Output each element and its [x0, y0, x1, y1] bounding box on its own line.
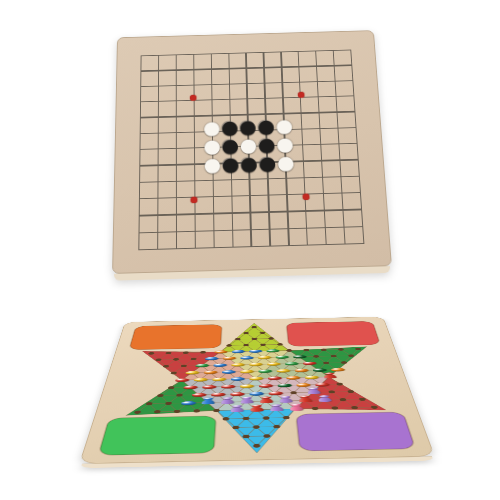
go-point: [345, 86, 364, 101]
go-point: [202, 60, 220, 75]
go-point: [274, 88, 293, 103]
go-point: [148, 121, 166, 140]
go-point: [129, 209, 148, 226]
go-point: [272, 44, 290, 59]
go-point: [128, 242, 147, 259]
go-point: [279, 238, 299, 255]
go-point: [185, 240, 204, 257]
checkers-surface-graphics: [80, 317, 434, 463]
go-point: [291, 72, 310, 87]
go-point: [273, 58, 291, 73]
go-point: [184, 46, 202, 61]
go-point: [352, 187, 372, 204]
go-point: [202, 75, 220, 90]
go-point: [131, 48, 149, 63]
go-point: [204, 223, 223, 240]
go-point: [307, 43, 325, 58]
go-point: [348, 134, 368, 153]
go-point: [166, 224, 185, 241]
go-point: [317, 237, 337, 254]
go-point: [220, 74, 238, 89]
go-point: [315, 204, 335, 221]
go-point: [130, 158, 149, 177]
go-point: [167, 47, 185, 62]
go-point: [166, 208, 185, 225]
go-point: [222, 190, 241, 207]
go-point: [315, 188, 334, 205]
go-point: [129, 193, 148, 210]
go-point: [220, 60, 238, 75]
go-point: [316, 220, 336, 237]
go-point: [166, 121, 184, 140]
go-point: [342, 42, 361, 57]
go-point: [148, 209, 167, 226]
go-point: [295, 173, 314, 189]
go-point: [241, 206, 260, 223]
go-point: [313, 153, 332, 172]
go-point: [240, 174, 259, 190]
go-point: [255, 59, 273, 74]
go-point: [166, 241, 185, 258]
go-point: [293, 117, 312, 136]
star-point-dot: [302, 193, 309, 200]
go-point: [185, 192, 204, 209]
go-point: [328, 101, 347, 117]
go-point: [309, 72, 328, 87]
go-point: [290, 58, 308, 73]
go-point: [223, 223, 242, 240]
checkers-board-wood-surface: [79, 317, 435, 464]
go-board-wood-surface: ●●●●●●●●●●●●●●●: [112, 30, 392, 274]
go-point: [131, 77, 149, 92]
go-point: ●: [258, 155, 277, 174]
go-point: [149, 76, 167, 91]
go-point: [148, 177, 167, 193]
go-point: [260, 206, 279, 223]
go-point: [148, 106, 166, 122]
go-point: [298, 221, 318, 238]
go-point: [185, 176, 204, 192]
go-point: [129, 225, 148, 242]
go-point: [273, 73, 291, 88]
go-point: [184, 105, 202, 121]
go-point: [312, 135, 331, 154]
go-point: [130, 122, 148, 141]
white-go-stone: ●: [277, 153, 295, 172]
go-point: [131, 62, 149, 77]
go-point: [166, 106, 184, 122]
go-point: [147, 241, 166, 258]
go-point: [296, 188, 315, 205]
go-point: [131, 92, 149, 107]
go-point: [314, 172, 333, 188]
go-point: ●: [276, 154, 295, 173]
chinese-checkers-board: [79, 317, 435, 464]
star-point-dot: [191, 197, 198, 204]
go-point: [290, 43, 308, 58]
go-point: [334, 203, 354, 220]
go-point: [278, 205, 297, 222]
go-point: [295, 154, 314, 173]
go-point: [278, 189, 297, 206]
go-point: [203, 191, 222, 208]
star-point-dot: [297, 92, 304, 98]
go-point: [203, 175, 222, 191]
go-point: [130, 140, 148, 159]
go-point: [237, 45, 255, 60]
go-point: [185, 224, 204, 241]
go-point: [343, 56, 362, 71]
white-go-stone: ●: [203, 156, 221, 175]
go-point: [185, 208, 204, 225]
go-point: [184, 61, 202, 76]
go-point: [259, 189, 278, 206]
go-point: [149, 47, 167, 62]
go-point: [333, 187, 353, 204]
go-grid: ●●●●●●●●●●●●●●●: [128, 42, 375, 259]
go-point: [167, 91, 185, 106]
go-point: [185, 157, 204, 176]
go-intersections: ●●●●●●●●●●●●●●●: [128, 42, 375, 259]
star-point-dot: [190, 95, 197, 101]
go-point: [129, 177, 148, 193]
go-point: [238, 74, 256, 89]
go-point: [241, 222, 260, 239]
tray-bottom-left: [98, 416, 216, 455]
go-point: [344, 71, 363, 86]
go-point: [259, 174, 278, 190]
go-point: [220, 89, 238, 104]
go-point: [325, 42, 344, 57]
product-photo-canvas: { "game": "2-in-1 wooden board game set:…: [0, 0, 500, 500]
go-point: [167, 61, 185, 76]
go-point: [148, 158, 166, 177]
go-point: [355, 236, 375, 253]
black-go-stone: ●: [240, 154, 258, 173]
go-point: [261, 238, 280, 255]
go-point: [238, 89, 256, 104]
go-point: [298, 237, 318, 254]
go-point: [330, 134, 349, 153]
go-point: [237, 59, 255, 74]
go-point: [336, 236, 356, 253]
go-point: [292, 102, 311, 118]
go-point: [310, 102, 329, 118]
go-point: [277, 173, 296, 189]
go-point: [149, 62, 167, 77]
go-point: [279, 221, 298, 238]
go-point: [130, 107, 148, 123]
go-point: [347, 116, 366, 135]
go-point: [204, 240, 223, 257]
go-point: [327, 86, 346, 101]
go-point: ●: [240, 155, 259, 174]
go-point: [222, 207, 241, 224]
go-point: [202, 90, 220, 105]
go-point: [166, 157, 184, 176]
go-point: ●: [221, 156, 240, 175]
go-point: [202, 46, 220, 61]
go-point: [294, 135, 313, 154]
go-point: [326, 71, 345, 86]
go-point: [223, 239, 242, 256]
go-point: [349, 152, 369, 171]
go-point: [167, 76, 185, 91]
go-point: [297, 204, 316, 221]
tray-bottom-right: [296, 412, 415, 451]
go-point: [254, 44, 272, 59]
black-go-stone: ●: [258, 154, 276, 173]
go-point: [148, 193, 167, 210]
go-point: [204, 207, 223, 224]
go-point: [219, 45, 237, 60]
go-point: [184, 90, 202, 105]
go-point: [166, 176, 185, 192]
go-point: [331, 153, 351, 172]
go-point: [351, 171, 371, 187]
black-go-stone: ●: [222, 155, 240, 174]
go-point: [185, 120, 203, 139]
go-point: [240, 190, 259, 207]
go-point: [326, 57, 345, 72]
go-point: [148, 139, 166, 158]
go-point: [260, 222, 279, 239]
go-point: [149, 91, 167, 106]
go-point: [185, 138, 203, 157]
go-point: [166, 192, 185, 209]
go-point: [256, 88, 274, 103]
go-point: [311, 117, 330, 136]
go-point: [292, 87, 311, 102]
go-point: [329, 116, 348, 135]
go-point: [346, 101, 365, 117]
go-point: [332, 172, 351, 188]
go-point: [354, 219, 374, 236]
go-point: [147, 225, 166, 242]
go-point: [335, 220, 355, 237]
go-point: [242, 239, 261, 256]
go-point: [308, 57, 327, 72]
tray-top-left: [129, 324, 222, 350]
go-point: [353, 203, 373, 220]
go-point: [222, 175, 241, 191]
tray-top-right: [286, 321, 380, 346]
go-point: ●: [203, 156, 222, 175]
go-point: [309, 87, 328, 102]
go-board: ●●●●●●●●●●●●●●●: [112, 30, 392, 274]
go-point: [255, 73, 273, 88]
go-point: [184, 75, 202, 90]
go-point: [166, 139, 184, 158]
